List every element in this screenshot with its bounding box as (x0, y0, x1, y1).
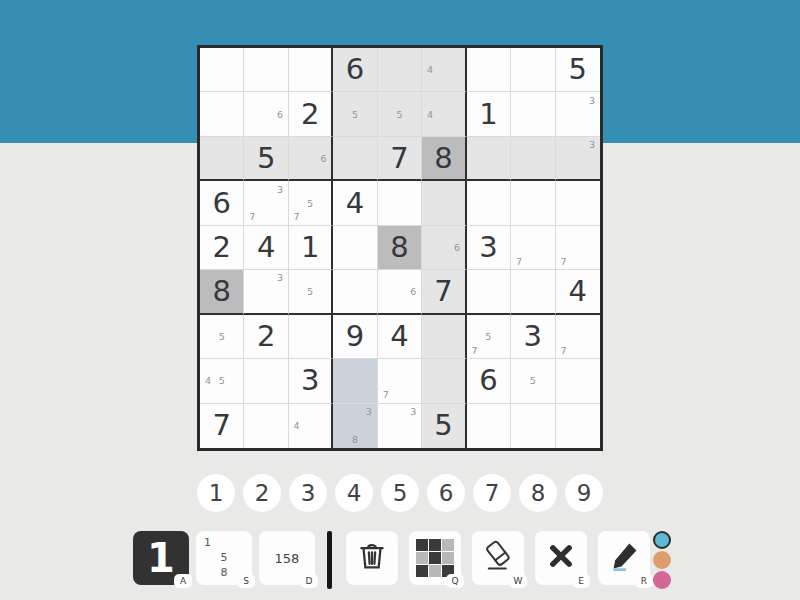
pencil-marks: 3 (557, 138, 599, 178)
sudoku-board: 6456255413567836375742418637783567452945… (197, 45, 603, 451)
cell-r6c3[interactable]: 5 (289, 270, 333, 314)
digit: 4 (390, 322, 408, 351)
eraser-icon (481, 539, 515, 577)
cell-r9c6[interactable]: 5 (422, 404, 466, 448)
trash-icon (355, 539, 389, 577)
cell-r8c5[interactable]: 7 (378, 359, 422, 403)
shortcut-badge-w: W (509, 574, 527, 588)
cell-r2c9[interactable]: 3 (556, 92, 600, 136)
mode-corner-button[interactable]: 1 5 8 S (196, 531, 252, 585)
digit: 8 (434, 144, 452, 173)
numpad-button-9[interactable]: 9 (565, 474, 603, 512)
cell-r6c1[interactable]: 8 (200, 270, 244, 314)
cell-r8c1[interactable]: 45 (200, 359, 244, 403)
colors-button[interactable]: Q (409, 531, 461, 585)
cell-r8c2[interactable] (244, 359, 288, 403)
cell-r3c3[interactable]: 6 (289, 137, 333, 181)
digit: 1 (479, 100, 497, 129)
cell-r4c2[interactable]: 37 (244, 181, 288, 225)
digit: 6 (212, 189, 230, 218)
cell-r8c9[interactable] (556, 359, 600, 403)
numpad-button-5[interactable]: 5 (381, 474, 419, 512)
cell-r8c3[interactable]: 3 (289, 359, 333, 403)
pencil-marks: 4 (423, 93, 463, 134)
cell-r6c2[interactable]: 3 (244, 270, 288, 314)
digit: 4 (257, 233, 275, 262)
cell-r6c4[interactable] (333, 270, 377, 314)
color-grid-icon (416, 539, 454, 577)
cell-r9c7[interactable] (467, 404, 511, 448)
digit: 6 (346, 55, 364, 84)
cell-r8c4[interactable] (333, 359, 377, 403)
pencil-marks: 7 (379, 360, 420, 401)
cell-r4c9[interactable] (556, 181, 600, 225)
cell-r5c7[interactable]: 3 (467, 226, 511, 270)
pen-color-dot-2[interactable] (653, 571, 671, 589)
shortcut-badge-r: R (635, 574, 653, 588)
cell-r4c1[interactable]: 6 (200, 181, 244, 225)
corner-mark-5: 5 (196, 552, 252, 563)
cell-r6c9[interactable]: 4 (556, 270, 600, 314)
cell-r4c7[interactable] (467, 181, 511, 225)
pencil-marks: 5 (512, 360, 553, 401)
cell-r2c4[interactable]: 5 (333, 92, 377, 136)
cell-r9c1[interactable]: 7 (200, 404, 244, 448)
cell-r2c8[interactable] (511, 92, 555, 136)
cell-r6c7[interactable] (467, 270, 511, 314)
corner-mark-1: 1 (204, 537, 211, 548)
cell-r3c8[interactable] (511, 137, 555, 181)
pencil-marks: 6 (290, 138, 330, 178)
pencil-marks: 7 (557, 227, 599, 268)
cell-r3c2[interactable]: 5 (244, 137, 288, 181)
cell-r9c9[interactable] (556, 404, 600, 448)
cell-r1c8[interactable] (511, 48, 555, 92)
mode-normal-button[interactable]: 1 A (133, 531, 189, 585)
pencil-marks: 45 (201, 360, 242, 401)
cell-r1c4[interactable]: 6 (333, 48, 377, 92)
cell-r5c3[interactable]: 1 (289, 226, 333, 270)
digit: 9 (346, 322, 364, 351)
cell-r7c7[interactable]: 57 (467, 315, 511, 359)
cell-r5c5[interactable]: 8 (378, 226, 422, 270)
x-icon (546, 541, 576, 575)
pencil-marks: 3 (245, 271, 286, 311)
center-mark-text: 158 (275, 551, 300, 566)
cell-r9c2[interactable] (244, 404, 288, 448)
cell-r4c5[interactable] (378, 181, 422, 225)
cell-r2c3[interactable]: 2 (289, 92, 333, 136)
cell-r8c6[interactable] (422, 359, 466, 403)
pencil-marks: 5 (290, 271, 330, 311)
digit: 7 (434, 277, 452, 306)
cell-r6c8[interactable] (511, 270, 555, 314)
cell-r6c5[interactable]: 6 (378, 270, 422, 314)
cell-r5c9[interactable]: 7 (556, 226, 600, 270)
cell-r5c4[interactable] (333, 226, 377, 270)
pencil-marks: 5 (334, 93, 375, 134)
cell-r6c6[interactable]: 7 (422, 270, 466, 314)
pencil-marks: 37 (245, 182, 286, 223)
pencil-marks: 6 (245, 93, 286, 134)
digit: 2 (301, 100, 319, 129)
cell-r1c3[interactable] (289, 48, 333, 92)
cell-r9c4[interactable]: 38 (333, 404, 377, 448)
shortcut-badge-s: S (237, 574, 255, 588)
cell-r3c6[interactable]: 8 (422, 137, 466, 181)
cell-r3c5[interactable]: 7 (378, 137, 422, 181)
mode-normal-digit: 1 (147, 538, 175, 578)
pencil-marks: 6 (423, 227, 463, 268)
cell-r2c5[interactable]: 5 (378, 92, 422, 136)
digit: 6 (479, 366, 497, 395)
pencil-marks: 5 (379, 93, 420, 134)
pencil-marks: 57 (468, 316, 509, 357)
cell-r4c4[interactable]: 4 (333, 181, 377, 225)
digit: 4 (569, 277, 587, 306)
cell-r5c1[interactable]: 2 (200, 226, 244, 270)
digit: 4 (346, 189, 364, 218)
cell-r4c8[interactable] (511, 181, 555, 225)
numpad-button-1[interactable]: 1 (197, 474, 235, 512)
cell-r3c7[interactable] (467, 137, 511, 181)
digit: 1 (301, 233, 319, 262)
pencil-marks: 7 (512, 227, 553, 268)
pencil-marks: 5 (201, 316, 242, 357)
cross-button[interactable]: E (535, 531, 587, 585)
cell-r2c6[interactable]: 4 (422, 92, 466, 136)
cell-r7c4[interactable]: 9 (333, 315, 377, 359)
pencil-marks: 38 (334, 405, 375, 447)
numpad-button-6[interactable]: 6 (427, 474, 465, 512)
pencil-marks: 3 (557, 93, 599, 134)
cell-r4c3[interactable]: 57 (289, 181, 333, 225)
shortcut-badge-e: E (572, 574, 590, 588)
digit: 7 (390, 144, 408, 173)
numpad-button-8[interactable]: 8 (519, 474, 557, 512)
delete-button[interactable] (346, 531, 398, 585)
cell-r7c5[interactable]: 4 (378, 315, 422, 359)
pen-color-dots (653, 531, 671, 589)
cell-r1c6[interactable]: 4 (422, 48, 466, 92)
pencil-marks: 4 (423, 49, 463, 90)
digit: 5 (434, 411, 452, 440)
shortcut-badge-d: D (300, 574, 318, 588)
digit: 3 (524, 322, 542, 351)
pencil-marks: 7 (557, 316, 599, 357)
eraser-button[interactable]: W (472, 531, 524, 585)
cell-r9c3[interactable]: 4 (289, 404, 333, 448)
pen-icon (607, 539, 641, 577)
cell-r8c8[interactable]: 5 (511, 359, 555, 403)
cell-r4c6[interactable] (422, 181, 466, 225)
cell-r5c2[interactable]: 4 (244, 226, 288, 270)
cell-r5c8[interactable]: 7 (511, 226, 555, 270)
pencil-marks: 6 (379, 271, 420, 311)
cell-r9c5[interactable]: 3 (378, 404, 422, 448)
pen-color-dot-0[interactable] (653, 531, 671, 549)
digit: 5 (569, 55, 587, 84)
numpad-button-2[interactable]: 2 (243, 474, 281, 512)
pen-color-dot-1[interactable] (653, 551, 671, 569)
cell-r7c8[interactable]: 3 (511, 315, 555, 359)
cell-r1c5[interactable] (378, 48, 422, 92)
pencil-marks: 4 (290, 405, 330, 447)
digit: 3 (479, 233, 497, 262)
pen-button[interactable]: R (598, 531, 650, 585)
digit: 8 (212, 277, 230, 306)
cell-r1c7[interactable] (467, 48, 511, 92)
cell-r2c2[interactable]: 6 (244, 92, 288, 136)
toolbar-divider (327, 531, 332, 589)
digit: 7 (212, 411, 230, 440)
shortcut-badge-q: Q (446, 574, 464, 588)
numpad-button-7[interactable]: 7 (473, 474, 511, 512)
number-pad: 123456789 (197, 474, 603, 512)
cell-r2c1[interactable] (200, 92, 244, 136)
cell-r7c6[interactable] (422, 315, 466, 359)
cell-r7c9[interactable]: 7 (556, 315, 600, 359)
cell-r1c1[interactable] (200, 48, 244, 92)
digit: 2 (212, 233, 230, 262)
digit: 5 (257, 144, 275, 173)
mode-center-button[interactable]: 158 D (259, 531, 315, 585)
digit: 2 (257, 322, 275, 351)
cell-r1c2[interactable] (244, 48, 288, 92)
cell-r3c4[interactable] (333, 137, 377, 181)
numpad-button-3[interactable]: 3 (289, 474, 327, 512)
cell-r3c1[interactable] (200, 137, 244, 181)
cell-r5c6[interactable]: 6 (422, 226, 466, 270)
cell-r7c2[interactable]: 2 (244, 315, 288, 359)
cell-r2c7[interactable]: 1 (467, 92, 511, 136)
shortcut-badge-a: A (174, 574, 192, 588)
cell-r3c9[interactable]: 3 (556, 137, 600, 181)
cell-r7c1[interactable]: 5 (200, 315, 244, 359)
cell-r7c3[interactable] (289, 315, 333, 359)
numpad-button-4[interactable]: 4 (335, 474, 373, 512)
digit: 8 (390, 233, 408, 262)
cell-r9c8[interactable] (511, 404, 555, 448)
digit: 3 (301, 366, 319, 395)
pencil-marks: 57 (290, 182, 330, 223)
cell-r8c7[interactable]: 6 (467, 359, 511, 403)
cell-r1c9[interactable]: 5 (556, 48, 600, 92)
pencil-marks: 3 (379, 405, 420, 447)
